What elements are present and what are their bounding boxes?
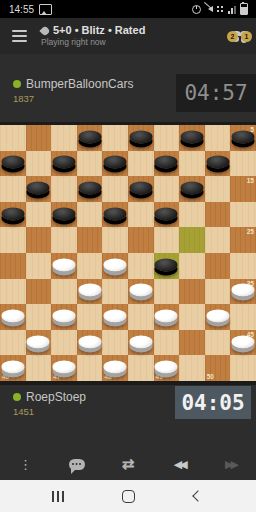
black-man-9[interactable]: [155, 156, 178, 169]
light-square: [26, 151, 52, 177]
light-square: [179, 151, 205, 177]
black-man-12[interactable]: [78, 181, 101, 194]
square-9[interactable]: [154, 151, 180, 177]
white-man-41[interactable]: [27, 335, 50, 348]
light-square: [51, 330, 77, 356]
square-16[interactable]: [0, 202, 26, 228]
square-7[interactable]: [51, 151, 77, 177]
light-square: [77, 304, 103, 330]
recents-icon: [52, 491, 64, 502]
square-49[interactable]: 49: [154, 355, 180, 381]
square-13[interactable]: [128, 176, 154, 202]
square-41[interactable]: [26, 330, 52, 356]
coord-label-50: 50: [207, 373, 214, 380]
recents-button[interactable]: [38, 480, 78, 512]
square-6[interactable]: [0, 151, 26, 177]
coord-label-25: 25: [247, 228, 254, 235]
game-toolbar: ⋮ ⇄ ◀◀ ▶▶: [0, 448, 256, 480]
square-29[interactable]: [154, 253, 180, 279]
friends-badge: 2: [227, 31, 238, 42]
opponent-name[interactable]: BumperBalloonCars: [26, 77, 133, 91]
black-man-14[interactable]: [180, 181, 203, 194]
square-12[interactable]: [77, 176, 103, 202]
black-man-2[interactable]: [78, 130, 101, 143]
light-square: [51, 176, 77, 202]
light-square: [0, 279, 26, 305]
screenshot-icon: [39, 4, 52, 15]
white-man-45[interactable]: [232, 335, 255, 348]
black-man-3[interactable]: [129, 130, 152, 143]
black-man-6[interactable]: [1, 156, 24, 169]
square-42[interactable]: [77, 330, 103, 356]
light-square: [154, 176, 180, 202]
white-man-40[interactable]: [206, 309, 229, 322]
player-clock: 04:05: [175, 386, 251, 419]
home-button[interactable]: [108, 480, 148, 512]
coord-label-46: 46: [2, 373, 9, 380]
online-dot: [13, 393, 21, 401]
square-28[interactable]: [102, 253, 128, 279]
square-5[interactable]: 5: [230, 125, 256, 151]
white-man-47[interactable]: [52, 361, 75, 374]
opponent-panel: BumperBalloonCars 1837 04:57: [0, 54, 256, 122]
light-square: [128, 202, 154, 228]
light-square: [0, 176, 26, 202]
forward-button[interactable]: ▶▶: [205, 448, 256, 480]
rewind-button[interactable]: ◀◀: [154, 448, 205, 480]
black-man-11[interactable]: [27, 181, 50, 194]
light-square: [26, 253, 52, 279]
games-badge: 1: [241, 31, 252, 42]
light-square: [128, 151, 154, 177]
black-man-13[interactable]: [129, 181, 152, 194]
square-39[interactable]: [154, 304, 180, 330]
coord-label-48: 48: [104, 373, 111, 380]
square-20[interactable]: [205, 202, 231, 228]
light-square: [26, 304, 52, 330]
white-man-32[interactable]: [78, 284, 101, 297]
light-square: [0, 125, 26, 151]
light-square: [205, 279, 231, 305]
white-man-46[interactable]: [1, 361, 24, 374]
light-square: [102, 176, 128, 202]
light-square: [128, 355, 154, 381]
game-status-text: Playing right now: [41, 38, 145, 48]
flip-analysis-button[interactable]: ⇄: [102, 448, 153, 480]
player-name[interactable]: RoepStoep: [26, 390, 86, 404]
cycle-icon: ⇄: [122, 455, 135, 473]
light-square: [77, 253, 103, 279]
light-square: [205, 227, 231, 253]
light-square: [205, 176, 231, 202]
light-square: [128, 253, 154, 279]
light-square: [154, 279, 180, 305]
white-man-28[interactable]: [104, 258, 127, 271]
black-man-18[interactable]: [104, 207, 127, 220]
black-man-8[interactable]: [104, 156, 127, 169]
light-square: [102, 227, 128, 253]
square-1[interactable]: [26, 125, 52, 151]
light-square: [179, 253, 205, 279]
white-man-38[interactable]: [104, 309, 127, 322]
square-24[interactable]: [179, 227, 205, 253]
black-man-29[interactable]: [155, 258, 178, 271]
square-36[interactable]: [0, 304, 26, 330]
blitz-flame-icon: [39, 25, 50, 36]
status-bar: 14:55: [0, 0, 256, 18]
light-square: [128, 304, 154, 330]
white-man-35[interactable]: [232, 284, 255, 297]
black-man-19[interactable]: [155, 207, 178, 220]
light-square: [205, 330, 231, 356]
square-26[interactable]: [0, 253, 26, 279]
white-man-43[interactable]: [129, 335, 152, 348]
square-19[interactable]: [154, 202, 180, 228]
light-square: [0, 330, 26, 356]
opponent-clock: 04:57: [176, 74, 256, 112]
light-square: [102, 279, 128, 305]
square-11[interactable]: [26, 176, 52, 202]
light-square: [154, 125, 180, 151]
square-37[interactable]: [51, 304, 77, 330]
square-50[interactable]: 50: [205, 355, 231, 381]
light-square: [26, 202, 52, 228]
chat-button[interactable]: [51, 448, 102, 480]
back-button[interactable]: [178, 480, 218, 512]
white-man-42[interactable]: [78, 335, 101, 348]
light-square: [230, 202, 256, 228]
square-34[interactable]: [179, 279, 205, 305]
black-man-17[interactable]: [52, 207, 75, 220]
board: 5152535454647484950: [0, 125, 256, 381]
light-square: [26, 355, 52, 381]
square-40[interactable]: [205, 304, 231, 330]
light-square: [179, 355, 205, 381]
square-47[interactable]: 47: [51, 355, 77, 381]
android-nav-bar: [0, 480, 256, 512]
app-screen: 14:55 5+0 • Blitz • Rated Playing right …: [0, 0, 256, 512]
mute-icon: [205, 6, 213, 12]
square-18[interactable]: [102, 202, 128, 228]
square-33[interactable]: [128, 279, 154, 305]
hamburger-menu-button[interactable]: [12, 30, 27, 42]
square-27[interactable]: [51, 253, 77, 279]
white-man-27[interactable]: [52, 258, 75, 271]
white-man-37[interactable]: [52, 309, 75, 322]
status-time: 14:55: [9, 4, 34, 15]
coord-label-47: 47: [53, 373, 60, 380]
light-square: [77, 202, 103, 228]
forward-icon: ▶▶: [225, 458, 236, 471]
square-35[interactable]: 35: [230, 279, 256, 305]
online-dot: [13, 80, 21, 88]
white-man-36[interactable]: [1, 309, 24, 322]
signal-icon: [228, 5, 236, 14]
light-square: [51, 279, 77, 305]
square-44[interactable]: [179, 330, 205, 356]
white-man-48[interactable]: [104, 361, 127, 374]
light-square: [179, 202, 205, 228]
square-4[interactable]: [179, 125, 205, 151]
light-square: [77, 355, 103, 381]
square-15[interactable]: 15: [230, 176, 256, 202]
square-21[interactable]: [26, 227, 52, 253]
light-square: [51, 125, 77, 151]
home-icon: [122, 490, 135, 503]
light-square: [154, 227, 180, 253]
light-square: [51, 227, 77, 253]
square-2[interactable]: [77, 125, 103, 151]
more-options-button[interactable]: ⋮: [0, 448, 51, 480]
back-icon: [192, 490, 203, 501]
square-14[interactable]: [179, 176, 205, 202]
misc-icon: [217, 6, 224, 13]
rewind-icon: ◀◀: [174, 458, 185, 471]
light-square: [154, 330, 180, 356]
light-square: [205, 125, 231, 151]
square-48[interactable]: 48: [102, 355, 128, 381]
light-square: [230, 304, 256, 330]
square-45[interactable]: 45: [230, 330, 256, 356]
light-square: [179, 304, 205, 330]
light-square: [77, 151, 103, 177]
square-10[interactable]: [205, 151, 231, 177]
black-man-7[interactable]: [52, 156, 75, 169]
square-3[interactable]: [128, 125, 154, 151]
square-23[interactable]: [128, 227, 154, 253]
light-square: [102, 125, 128, 151]
square-8[interactable]: [102, 151, 128, 177]
square-31[interactable]: [26, 279, 52, 305]
square-25[interactable]: 25: [230, 227, 256, 253]
coord-label-15: 15: [247, 177, 254, 184]
white-man-33[interactable]: [129, 284, 152, 297]
black-man-10[interactable]: [206, 156, 229, 169]
chat-icon: [69, 459, 85, 470]
light-square: [0, 227, 26, 253]
white-man-49[interactable]: [155, 361, 178, 374]
black-man-5[interactable]: [232, 130, 255, 143]
white-man-39[interactable]: [155, 309, 178, 322]
black-man-16[interactable]: [1, 207, 24, 220]
square-22[interactable]: [77, 227, 103, 253]
light-square: [230, 151, 256, 177]
square-17[interactable]: [51, 202, 77, 228]
alarm-icon: [192, 5, 201, 14]
kebab-icon: ⋮: [19, 458, 32, 471]
square-38[interactable]: [102, 304, 128, 330]
light-square: [230, 355, 256, 381]
player-panel: RoepStoep 1451 04:05: [0, 385, 256, 420]
coord-label-49: 49: [156, 373, 163, 380]
square-30[interactable]: [205, 253, 231, 279]
square-46[interactable]: 46: [0, 355, 26, 381]
light-square: [230, 253, 256, 279]
square-43[interactable]: [128, 330, 154, 356]
game-title: 5+0 • Blitz • Rated: [53, 24, 145, 37]
app-header: 5+0 • Blitz • Rated Playing right now 2 …: [0, 18, 256, 54]
light-square: [102, 330, 128, 356]
battery-icon: [240, 3, 248, 15]
square-32[interactable]: [77, 279, 103, 305]
black-man-4[interactable]: [180, 130, 203, 143]
